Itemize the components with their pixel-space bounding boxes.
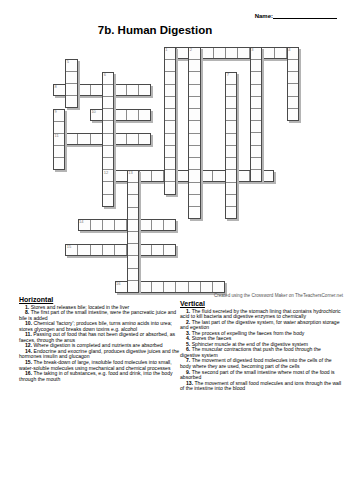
grid-cell[interactable]: [128, 281, 138, 292]
grid-cell[interactable]: [201, 282, 213, 292]
worksheet-page: Name: 7b. Human Digestion 12345678910111…: [0, 0, 353, 500]
grid-cell[interactable]: [189, 146, 199, 158]
horizontal-clue-list: 1. Stores and releases bile; located in …: [19, 305, 181, 383]
vertical-clue-list: 1. The fluid secreted by the stomach lin…: [180, 309, 342, 392]
grid-cell[interactable]: [165, 60, 175, 72]
grid-cell[interactable]: [164, 220, 175, 230]
grid-cell[interactable]: [165, 170, 175, 182]
grid-cell[interactable]: [54, 158, 64, 169]
grid-cell[interactable]: [103, 121, 113, 133]
down-word-3: [250, 47, 262, 182]
grid-cell[interactable]: [275, 48, 287, 58]
vertical-clue-7: 7. The movement of digested food molecul…: [180, 358, 342, 369]
grid-cell[interactable]: [128, 220, 138, 232]
grid-cell[interactable]: [226, 48, 238, 58]
grid-cell[interactable]: [251, 170, 261, 181]
grid-cell[interactable]: [226, 183, 236, 195]
grid-cell[interactable]: [177, 48, 189, 58]
grid-cell[interactable]: [226, 109, 236, 121]
grid-cell[interactable]: [115, 134, 127, 144]
grid-cell[interactable]: [139, 110, 150, 120]
grid-cell[interactable]: [66, 134, 78, 144]
credit-line: Created using the Crossword Maker on The…: [214, 293, 343, 298]
grid-cell[interactable]: [251, 85, 261, 97]
vertical-heading: Vertical: [180, 300, 342, 307]
grid-cell[interactable]: [226, 85, 236, 97]
grid-cell[interactable]: [189, 207, 199, 218]
grid-cell[interactable]: [103, 245, 115, 255]
horizontal-clues-column: Horizontal 1. Stores and releases bile; …: [19, 296, 181, 382]
grid-cell[interactable]: [165, 134, 175, 146]
grid-cell[interactable]: [66, 96, 76, 107]
grid-cell[interactable]: [164, 282, 176, 292]
grid-cell[interactable]: [152, 245, 164, 255]
grid-cell[interactable]: [165, 158, 175, 170]
grid-cell[interactable]: [54, 146, 64, 158]
cell-number-10: 10: [91, 110, 95, 114]
down-word-6: [102, 72, 114, 207]
vertical-clue-1: 1. The fluid secreted by the stomach lin…: [180, 309, 342, 320]
grid-cell[interactable]: [176, 282, 188, 292]
cell-number-4: 4: [288, 48, 290, 52]
grid-cell[interactable]: [115, 245, 127, 255]
grid-cell[interactable]: [251, 158, 261, 170]
grid-cell[interactable]: [288, 109, 298, 120]
grid-cell[interactable]: [213, 282, 224, 292]
grid-cell[interactable]: [238, 48, 250, 58]
cell-number-11: 11: [55, 134, 59, 138]
cell-number-16: 16: [116, 282, 120, 286]
grid-cell[interactable]: [226, 134, 236, 146]
cell-number-15: 15: [67, 245, 71, 249]
grid-cell[interactable]: [139, 220, 151, 230]
vertical-clues-column: Vertical 1. The fluid secreted by the st…: [180, 300, 342, 392]
grid-cell[interactable]: [165, 97, 175, 109]
down-word-4: [287, 47, 299, 121]
cell-number-2: 2: [190, 48, 192, 52]
grid-cell[interactable]: [128, 256, 138, 268]
grid-cell[interactable]: [288, 60, 298, 72]
grid-cell[interactable]: [128, 195, 138, 207]
grid-cell[interactable]: [262, 48, 274, 58]
grid-cell[interactable]: [91, 85, 103, 95]
grid-cell[interactable]: [91, 245, 103, 255]
grid-cell[interactable]: [66, 72, 76, 84]
grid-cell[interactable]: [127, 134, 139, 144]
grid-cell[interactable]: [251, 121, 261, 133]
grid-cell[interactable]: [103, 134, 113, 146]
down-word-9: [53, 109, 65, 171]
grid-cell[interactable]: [189, 85, 199, 97]
grid-cell[interactable]: [288, 97, 298, 109]
grid-cell[interactable]: [152, 171, 164, 181]
cell-number-3: 3: [251, 48, 253, 52]
grid-cell[interactable]: [54, 122, 64, 134]
down-word-13: [127, 170, 139, 293]
grid-cell[interactable]: [127, 85, 139, 95]
grid-cell[interactable]: [226, 195, 236, 207]
grid-cell[interactable]: [165, 109, 175, 121]
grid-cell[interactable]: [128, 244, 138, 256]
grid-cell[interactable]: [165, 85, 175, 97]
grid-cell[interactable]: [189, 195, 199, 207]
cell-number-14: 14: [79, 220, 83, 224]
crossword-board: 12345678910111213141516: [0, 0, 353, 300]
grid-cell[interactable]: [213, 171, 225, 181]
grid-cell[interactable]: [226, 158, 236, 170]
grid-cell[interactable]: [91, 220, 103, 230]
grid-cell[interactable]: [115, 110, 127, 120]
grid-cell[interactable]: [91, 134, 103, 144]
across-word-15: [65, 244, 176, 256]
down-word-1: [164, 47, 176, 195]
grid-cell[interactable]: [165, 182, 175, 193]
grid-cell[interactable]: [226, 146, 236, 158]
grid-cell[interactable]: [226, 170, 236, 182]
grid-cell[interactable]: [103, 146, 113, 158]
grid-cell[interactable]: [226, 97, 236, 109]
cell-number-8: 8: [55, 85, 57, 89]
grid-cell[interactable]: [262, 171, 273, 181]
grid-cell[interactable]: [226, 207, 236, 218]
grid-cell[interactable]: [103, 182, 113, 194]
grid-cell[interactable]: [152, 282, 164, 292]
grid-cell[interactable]: [189, 282, 201, 292]
grid-cell[interactable]: [115, 85, 127, 95]
grid-cell[interactable]: [78, 134, 90, 144]
grid-cell[interactable]: [103, 85, 113, 97]
grid-cell[interactable]: [103, 158, 113, 170]
grid-cell[interactable]: [128, 183, 138, 195]
grid-cell[interactable]: [164, 245, 175, 255]
grid-cell[interactable]: [177, 171, 189, 181]
grid-cell[interactable]: [201, 48, 213, 58]
grid-cell[interactable]: [189, 170, 199, 182]
grid-cell[interactable]: [288, 72, 298, 84]
grid-cell[interactable]: [103, 195, 113, 206]
grid-cell[interactable]: [251, 60, 261, 72]
cell-number-12: 12: [104, 171, 108, 175]
grid-cell[interactable]: [139, 245, 151, 255]
vertical-clue-13: 13. The movement of small food molecules…: [180, 381, 342, 392]
grid-cell[interactable]: [189, 60, 199, 72]
across-word-10: [90, 109, 152, 121]
grid-cell[interactable]: [189, 183, 199, 195]
grid-cell[interactable]: [78, 85, 90, 95]
grid-cell[interactable]: [128, 208, 138, 220]
grid-cell[interactable]: [140, 171, 152, 181]
grid-cell[interactable]: [139, 134, 150, 144]
grid-cell[interactable]: [128, 269, 138, 281]
grid-cell[interactable]: [78, 245, 90, 255]
grid-cell[interactable]: [115, 220, 127, 230]
grid-cell[interactable]: [128, 232, 138, 244]
grid-cell[interactable]: [214, 48, 226, 58]
cell-number-5: 5: [67, 60, 69, 64]
grid-cell[interactable]: [152, 220, 164, 230]
down-word-7: [225, 72, 237, 220]
vertical-clue-9: 9. The second part of the small intestin…: [180, 370, 342, 381]
grid-cell[interactable]: [251, 146, 261, 158]
grid-cell[interactable]: [165, 72, 175, 84]
grid-cell[interactable]: [66, 84, 76, 96]
across-word-1: [164, 47, 299, 59]
grid-cell[interactable]: [251, 97, 261, 109]
cell-number-1: 1: [165, 48, 167, 52]
grid-cell[interactable]: [226, 121, 236, 133]
cell-number-9: 9: [55, 110, 57, 114]
grid-cell[interactable]: [127, 110, 139, 120]
grid-cell[interactable]: [201, 171, 213, 181]
down-word-2: [188, 47, 200, 219]
grid-cell[interactable]: [251, 109, 261, 121]
grid-cell[interactable]: [189, 134, 199, 146]
horizontal-heading: Horizontal: [19, 296, 181, 303]
grid-cell[interactable]: [251, 133, 261, 145]
grid-cell[interactable]: [189, 72, 199, 84]
grid-cell[interactable]: [103, 97, 113, 109]
grid-cell[interactable]: [251, 72, 261, 84]
grid-cell[interactable]: [139, 85, 150, 95]
cell-number-6: 6: [104, 73, 106, 77]
horizontal-clue-16: 16. The taking in of substances, e.g. fo…: [19, 371, 181, 382]
cell-number-13: 13: [128, 171, 132, 175]
cell-number-7: 7: [227, 73, 229, 77]
grid-cell[interactable]: [189, 97, 199, 109]
grid-cell[interactable]: [103, 109, 113, 121]
down-word-5: [65, 59, 77, 108]
grid-cell[interactable]: [189, 121, 199, 133]
grid-cell[interactable]: [165, 121, 175, 133]
grid-cell[interactable]: [189, 158, 199, 170]
grid-cell[interactable]: [165, 146, 175, 158]
grid-cell[interactable]: [288, 84, 298, 96]
grid-cell[interactable]: [189, 109, 199, 121]
grid-cell[interactable]: [140, 282, 152, 292]
grid-cell[interactable]: [238, 171, 250, 181]
grid-cell[interactable]: [103, 220, 115, 230]
